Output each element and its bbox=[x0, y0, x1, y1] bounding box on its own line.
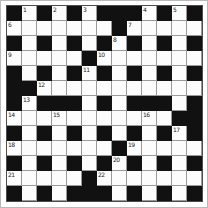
black-cell bbox=[157, 126, 172, 141]
white-cell[interactable] bbox=[142, 126, 157, 141]
black-cell bbox=[127, 6, 142, 21]
white-cell[interactable] bbox=[142, 156, 157, 171]
white-cell[interactable] bbox=[127, 81, 142, 96]
clue-number: 8 bbox=[113, 36, 116, 43]
black-cell bbox=[187, 156, 202, 171]
black-cell bbox=[187, 186, 202, 201]
black-cell bbox=[187, 126, 202, 141]
white-cell[interactable] bbox=[142, 51, 157, 66]
black-cell bbox=[22, 81, 37, 96]
white-cell[interactable]: 7 bbox=[127, 21, 142, 36]
clue-number: 16 bbox=[143, 111, 150, 118]
white-cell[interactable] bbox=[172, 36, 187, 51]
white-cell[interactable] bbox=[37, 21, 52, 36]
black-cell bbox=[7, 6, 22, 21]
clue-number: 9 bbox=[8, 51, 11, 58]
white-cell[interactable] bbox=[37, 111, 52, 126]
white-cell[interactable] bbox=[97, 81, 112, 96]
white-cell[interactable] bbox=[82, 81, 97, 96]
white-cell[interactable] bbox=[142, 66, 157, 81]
black-cell bbox=[7, 36, 22, 51]
clue-number: 3 bbox=[83, 6, 86, 13]
clue-number: 18 bbox=[8, 141, 15, 148]
white-cell[interactable] bbox=[82, 126, 97, 141]
white-cell[interactable] bbox=[52, 126, 67, 141]
black-cell bbox=[67, 6, 82, 21]
white-cell[interactable]: 2 bbox=[52, 6, 67, 21]
clue-number: 20 bbox=[113, 156, 120, 163]
white-cell[interactable]: 12 bbox=[37, 81, 52, 96]
white-cell[interactable] bbox=[127, 51, 142, 66]
clue-number: 10 bbox=[98, 51, 105, 58]
black-cell bbox=[97, 6, 112, 21]
black-cell bbox=[37, 156, 52, 171]
crossword-page: 12345678910111213141516171819202122 bbox=[0, 0, 208, 208]
black-cell bbox=[97, 156, 112, 171]
black-cell bbox=[67, 186, 82, 201]
white-cell[interactable] bbox=[187, 21, 202, 36]
white-cell[interactable] bbox=[157, 141, 172, 156]
white-cell[interactable] bbox=[52, 81, 67, 96]
white-cell[interactable] bbox=[172, 21, 187, 36]
white-cell[interactable] bbox=[112, 171, 127, 186]
white-cell[interactable] bbox=[52, 186, 67, 201]
white-cell[interactable] bbox=[172, 51, 187, 66]
black-cell bbox=[142, 96, 157, 111]
black-cell bbox=[157, 186, 172, 201]
white-cell[interactable] bbox=[112, 186, 127, 201]
black-cell bbox=[97, 126, 112, 141]
white-cell[interactable]: 10 bbox=[97, 51, 112, 66]
white-cell[interactable] bbox=[172, 171, 187, 186]
white-cell[interactable] bbox=[52, 66, 67, 81]
white-cell[interactable]: 6 bbox=[7, 21, 22, 36]
black-cell bbox=[187, 6, 202, 21]
white-cell[interactable] bbox=[22, 36, 37, 51]
white-cell[interactable] bbox=[82, 36, 97, 51]
clue-number: 1 bbox=[23, 6, 26, 13]
black-cell bbox=[127, 96, 142, 111]
black-cell bbox=[112, 6, 127, 21]
white-cell[interactable]: 14 bbox=[7, 111, 22, 126]
black-cell bbox=[127, 126, 142, 141]
clue-number: 2 bbox=[53, 6, 56, 13]
white-cell[interactable] bbox=[37, 141, 52, 156]
black-cell bbox=[157, 96, 172, 111]
black-cell bbox=[97, 66, 112, 81]
white-cell[interactable] bbox=[187, 51, 202, 66]
clue-number: 15 bbox=[53, 111, 60, 118]
white-cell[interactable]: 22 bbox=[97, 171, 112, 186]
black-cell bbox=[187, 96, 202, 111]
white-cell[interactable] bbox=[157, 81, 172, 96]
white-cell[interactable] bbox=[82, 111, 97, 126]
white-cell[interactable] bbox=[97, 141, 112, 156]
black-cell bbox=[187, 66, 202, 81]
white-cell[interactable] bbox=[187, 171, 202, 186]
black-cell bbox=[157, 6, 172, 21]
white-cell[interactable] bbox=[67, 51, 82, 66]
white-cell[interactable] bbox=[112, 96, 127, 111]
white-cell[interactable] bbox=[112, 111, 127, 126]
white-cell[interactable] bbox=[112, 66, 127, 81]
white-cell[interactable] bbox=[142, 171, 157, 186]
white-cell[interactable] bbox=[52, 21, 67, 36]
white-cell[interactable]: 4 bbox=[142, 6, 157, 21]
clue-number: 4 bbox=[143, 6, 146, 13]
black-cell bbox=[37, 6, 52, 21]
white-cell[interactable] bbox=[52, 36, 67, 51]
white-cell[interactable] bbox=[82, 156, 97, 171]
white-cell[interactable]: 3 bbox=[82, 6, 97, 21]
black-cell bbox=[172, 111, 187, 126]
white-cell[interactable] bbox=[22, 21, 37, 36]
clue-number: 17 bbox=[173, 126, 180, 133]
black-cell bbox=[7, 126, 22, 141]
white-cell[interactable]: 9 bbox=[7, 51, 22, 66]
white-cell[interactable] bbox=[157, 111, 172, 126]
black-cell bbox=[157, 66, 172, 81]
black-cell bbox=[67, 156, 82, 171]
white-cell[interactable] bbox=[172, 186, 187, 201]
white-cell[interactable] bbox=[37, 51, 52, 66]
white-cell[interactable]: 20 bbox=[112, 156, 127, 171]
white-cell[interactable] bbox=[172, 66, 187, 81]
white-cell[interactable]: 19 bbox=[127, 141, 142, 156]
white-cell[interactable] bbox=[22, 111, 37, 126]
white-cell[interactable]: 15 bbox=[52, 111, 67, 126]
black-cell bbox=[82, 186, 97, 201]
white-cell[interactable] bbox=[172, 96, 187, 111]
white-cell[interactable] bbox=[172, 81, 187, 96]
black-cell bbox=[127, 186, 142, 201]
black-cell bbox=[127, 66, 142, 81]
black-cell bbox=[7, 96, 22, 111]
clue-number: 7 bbox=[128, 21, 131, 28]
clue-number: 14 bbox=[8, 111, 15, 118]
black-cell bbox=[127, 36, 142, 51]
white-cell[interactable] bbox=[142, 36, 157, 51]
clue-number: 12 bbox=[38, 81, 45, 88]
black-cell bbox=[52, 96, 67, 111]
white-cell[interactable]: 21 bbox=[7, 171, 22, 186]
white-cell[interactable] bbox=[67, 171, 82, 186]
white-cell[interactable]: 16 bbox=[142, 111, 157, 126]
white-cell[interactable] bbox=[22, 126, 37, 141]
white-cell[interactable] bbox=[52, 156, 67, 171]
white-cell[interactable] bbox=[187, 141, 202, 156]
black-cell bbox=[157, 36, 172, 51]
black-cell bbox=[37, 66, 52, 81]
white-cell[interactable] bbox=[172, 156, 187, 171]
black-cell bbox=[97, 96, 112, 111]
clue-number: 19 bbox=[128, 141, 135, 148]
black-cell bbox=[97, 36, 112, 51]
white-cell[interactable] bbox=[67, 141, 82, 156]
white-cell[interactable]: 17 bbox=[172, 126, 187, 141]
white-cell[interactable] bbox=[82, 21, 97, 36]
white-cell[interactable] bbox=[142, 81, 157, 96]
black-cell bbox=[7, 156, 22, 171]
white-cell[interactable] bbox=[37, 171, 52, 186]
black-cell bbox=[127, 156, 142, 171]
black-cell bbox=[37, 126, 52, 141]
white-cell[interactable] bbox=[127, 111, 142, 126]
white-cell[interactable] bbox=[142, 186, 157, 201]
white-cell[interactable] bbox=[142, 21, 157, 36]
black-cell bbox=[82, 51, 97, 66]
clue-number: 6 bbox=[8, 21, 11, 28]
white-cell[interactable] bbox=[157, 51, 172, 66]
black-cell bbox=[157, 156, 172, 171]
white-cell[interactable] bbox=[112, 81, 127, 96]
black-cell bbox=[97, 186, 112, 201]
white-cell[interactable] bbox=[52, 141, 67, 156]
white-cell[interactable] bbox=[67, 21, 82, 36]
white-cell[interactable] bbox=[67, 111, 82, 126]
white-cell[interactable]: 18 bbox=[7, 141, 22, 156]
clue-number: 11 bbox=[83, 66, 90, 73]
black-cell bbox=[37, 96, 52, 111]
black-cell bbox=[67, 96, 82, 111]
white-cell[interactable] bbox=[22, 186, 37, 201]
black-cell bbox=[37, 36, 52, 51]
clue-number: 13 bbox=[23, 96, 30, 103]
white-cell[interactable] bbox=[157, 21, 172, 36]
white-cell[interactable] bbox=[187, 81, 202, 96]
black-cell bbox=[37, 186, 52, 201]
white-cell[interactable] bbox=[67, 81, 82, 96]
white-cell[interactable] bbox=[127, 171, 142, 186]
white-cell[interactable] bbox=[22, 66, 37, 81]
black-cell bbox=[82, 171, 97, 186]
black-cell bbox=[112, 21, 127, 36]
black-cell bbox=[67, 126, 82, 141]
black-cell bbox=[187, 111, 202, 126]
white-cell[interactable]: 8 bbox=[112, 36, 127, 51]
black-cell bbox=[187, 36, 202, 51]
white-cell[interactable]: 11 bbox=[82, 66, 97, 81]
black-cell bbox=[67, 36, 82, 51]
white-cell[interactable] bbox=[22, 51, 37, 66]
black-cell bbox=[7, 66, 22, 81]
crossword-grid: 12345678910111213141516171819202122 bbox=[6, 5, 203, 202]
black-cell bbox=[67, 66, 82, 81]
white-cell[interactable] bbox=[82, 141, 97, 156]
white-cell[interactable] bbox=[22, 141, 37, 156]
clue-number: 22 bbox=[98, 171, 105, 178]
white-cell[interactable] bbox=[172, 141, 187, 156]
white-cell[interactable] bbox=[157, 171, 172, 186]
white-cell[interactable] bbox=[52, 171, 67, 186]
white-cell[interactable] bbox=[142, 141, 157, 156]
black-cell bbox=[7, 186, 22, 201]
white-cell[interactable] bbox=[112, 126, 127, 141]
white-cell[interactable] bbox=[112, 51, 127, 66]
clue-number: 5 bbox=[173, 6, 176, 13]
black-cell bbox=[7, 81, 22, 96]
black-cell bbox=[112, 141, 127, 156]
white-cell[interactable]: 13 bbox=[22, 96, 37, 111]
white-cell[interactable] bbox=[97, 21, 112, 36]
white-cell[interactable]: 1 bbox=[22, 6, 37, 21]
white-cell[interactable] bbox=[97, 111, 112, 126]
white-cell[interactable] bbox=[52, 51, 67, 66]
white-cell[interactable]: 5 bbox=[172, 6, 187, 21]
clue-number: 21 bbox=[8, 171, 15, 178]
white-cell[interactable] bbox=[22, 171, 37, 186]
white-cell[interactable] bbox=[22, 156, 37, 171]
white-cell[interactable] bbox=[82, 96, 97, 111]
